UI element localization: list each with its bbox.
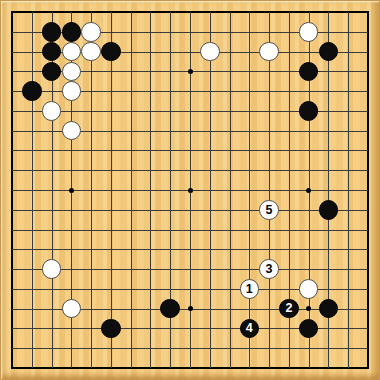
stone-white[interactable] [62, 62, 82, 82]
star-point [188, 69, 193, 74]
move-1-stone-white[interactable]: 1 [240, 279, 260, 299]
stone-white[interactable] [42, 101, 62, 121]
stone-white[interactable] [259, 42, 279, 62]
stone-white[interactable] [42, 259, 62, 279]
stone-black[interactable] [319, 200, 339, 220]
star-point [188, 306, 193, 311]
stone-white[interactable] [81, 42, 101, 62]
star-point [306, 188, 311, 193]
stone-black[interactable] [101, 42, 121, 62]
grid-line-vertical [348, 12, 349, 368]
grid-line-vertical [249, 12, 250, 368]
stone-black[interactable] [101, 319, 121, 339]
stone-white[interactable] [200, 42, 220, 62]
grid-line-vertical [210, 12, 211, 368]
go-diagram: 53124 [0, 0, 380, 380]
stone-white[interactable] [62, 81, 82, 101]
grid-line-horizontal [12, 210, 368, 211]
grid-line-horizontal [12, 230, 368, 231]
grid-line-horizontal [12, 348, 368, 349]
stone-white[interactable] [299, 22, 319, 42]
stone-black[interactable] [62, 22, 82, 42]
move-2-stone-black[interactable]: 2 [279, 299, 299, 319]
grid-line-horizontal [12, 269, 368, 270]
go-board[interactable]: 53124 [0, 0, 380, 380]
grid-line-vertical [269, 12, 270, 368]
stone-black[interactable] [299, 101, 319, 121]
grid-line-vertical [230, 12, 231, 368]
move-5-stone-white[interactable]: 5 [259, 200, 279, 220]
move-3-stone-white[interactable]: 3 [259, 259, 279, 279]
star-point [188, 188, 193, 193]
stone-white[interactable] [81, 22, 101, 42]
stone-black[interactable] [42, 22, 62, 42]
star-point [69, 188, 74, 193]
grid-line-horizontal [12, 249, 368, 250]
stone-black[interactable] [22, 81, 42, 101]
stone-white[interactable] [299, 279, 319, 299]
